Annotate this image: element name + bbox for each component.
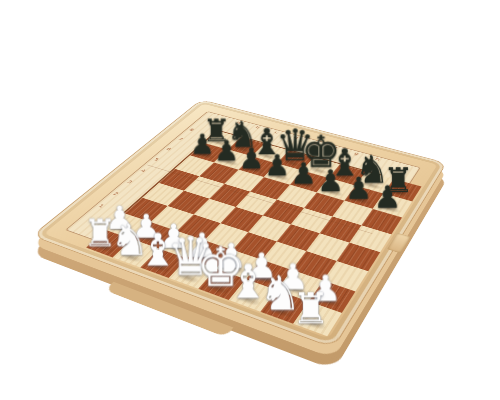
piece-black-pawn-d7: ♟	[263, 151, 292, 180]
piece-black-pawn-c7: ♟	[237, 144, 266, 173]
square-a4	[142, 183, 184, 206]
piece-white-knight-g1: ♞	[259, 269, 296, 317]
piece-white-rook-h1: ♜	[292, 287, 329, 329]
piece-white-bishop-f1: ♝	[227, 258, 263, 305]
product-photo-scene: abcdefgh abcdefgh 87654321 87654321 ♜♞♝♛…	[0, 0, 500, 400]
piece-black-pawn-e7: ♟	[289, 159, 319, 189]
piece-black-pawn-f7: ♟	[316, 166, 346, 196]
piece-black-pawn-g7: ♟	[344, 174, 374, 204]
piece-black-pawn-h7: ♟	[372, 182, 403, 213]
